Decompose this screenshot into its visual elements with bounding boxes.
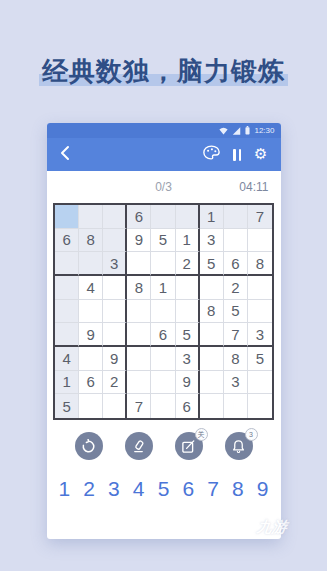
toolbar: ⚙ [47, 138, 281, 171]
sudoku-cell-r5c1[interactable] [55, 300, 79, 324]
sudoku-cell-r2c5[interactable]: 5 [151, 229, 175, 253]
page-title: 经典数独，脑力锻炼 [0, 0, 327, 88]
sudoku-cell-r6c3[interactable] [103, 323, 127, 347]
theme-palette-icon[interactable] [203, 145, 220, 164]
sudoku-cell-r9c4[interactable]: 7 [127, 394, 151, 418]
hint-bell-icon [231, 439, 246, 454]
hint-button[interactable]: 3 [225, 432, 253, 460]
sudoku-cell-r7c7[interactable] [200, 347, 224, 371]
sudoku-cell-r7c3[interactable]: 9 [103, 347, 127, 371]
sudoku-cell-r6c7[interactable] [200, 323, 224, 347]
watermark-logo-icon [232, 515, 257, 539]
controls-row: 关 3 [47, 432, 281, 460]
eraser-button[interactable] [125, 432, 153, 460]
sudoku-cell-r6c8[interactable]: 7 [224, 323, 248, 347]
sudoku-cell-r7c5[interactable] [151, 347, 175, 371]
sudoku-cell-r8c6[interactable]: 9 [176, 371, 200, 395]
sudoku-cell-r2c7[interactable]: 3 [200, 229, 224, 253]
back-button[interactable] [60, 145, 70, 165]
sudoku-cell-r5c6[interactable] [176, 300, 200, 324]
signal-icon [232, 127, 241, 135]
hint-count-badge: 3 [245, 428, 258, 441]
undo-button[interactable] [75, 432, 103, 460]
sudoku-cell-r3c9[interactable]: 8 [248, 252, 272, 276]
numpad-4[interactable]: 4 [133, 478, 145, 500]
eraser-icon [131, 439, 146, 454]
sudoku-cell-r8c7[interactable] [200, 371, 224, 395]
sudoku-cell-r9c7[interactable] [200, 394, 224, 418]
sudoku-cell-r4c5[interactable]: 1 [151, 276, 175, 300]
sudoku-cell-r9c8[interactable] [224, 394, 248, 418]
numpad-2[interactable]: 2 [83, 478, 95, 500]
app-store-screenshot: { "game": "sudoku", "position": "0006001… [0, 0, 327, 571]
sudoku-cell-r1c5[interactable] [151, 205, 175, 229]
sudoku-cell-r3c7[interactable]: 5 [200, 252, 224, 276]
info-row: 0/3 04:11 [47, 171, 281, 203]
sudoku-cell-r3c1[interactable] [55, 252, 79, 276]
sudoku-cell-r5c2[interactable] [79, 300, 103, 324]
numpad-7[interactable]: 7 [207, 478, 219, 500]
numpad-6[interactable]: 6 [182, 478, 194, 500]
battery-icon [245, 126, 250, 135]
sudoku-cell-r2c2[interactable]: 8 [79, 229, 103, 253]
sudoku-cell-r6c5[interactable]: 6 [151, 323, 175, 347]
numpad-1[interactable]: 1 [59, 478, 71, 500]
sudoku-cell-r7c6[interactable]: 3 [176, 347, 200, 371]
sudoku-cell-r1c1[interactable] [55, 205, 79, 229]
pause-button[interactable] [233, 149, 241, 161]
sudoku-cell-r2c1[interactable]: 6 [55, 229, 79, 253]
numpad-9[interactable]: 9 [257, 478, 269, 500]
sudoku-cell-r7c9[interactable]: 5 [248, 347, 272, 371]
sudoku-cell-r4c2[interactable]: 4 [79, 276, 103, 300]
sudoku-cell-r4c9[interactable] [248, 276, 272, 300]
sudoku-cell-r5c5[interactable] [151, 300, 175, 324]
watermark-text: 九游 [255, 518, 288, 537]
sudoku-cell-r6c9[interactable]: 3 [248, 323, 272, 347]
sudoku-cell-r2c6[interactable]: 1 [176, 229, 200, 253]
number-pad: 123456789 [59, 478, 269, 500]
sudoku-cell-r5c9[interactable] [248, 300, 272, 324]
sudoku-cell-r6c2[interactable]: 9 [79, 323, 103, 347]
sudoku-cell-r8c5[interactable] [151, 371, 175, 395]
notes-toggle-badge: 关 [195, 428, 208, 441]
sudoku-cell-r6c4[interactable] [127, 323, 151, 347]
status-bar: 12:30 [47, 123, 281, 138]
sudoku-cell-r7c1[interactable]: 4 [55, 347, 79, 371]
sudoku-cell-r4c6[interactable] [176, 276, 200, 300]
sudoku-cell-r2c3[interactable] [103, 229, 127, 253]
phone-screenshot-card: 12:30 ⚙ 0/3 04:11 6176895133256848128596… [47, 123, 281, 539]
sudoku-cell-r9c6[interactable]: 6 [176, 394, 200, 418]
numpad-8[interactable]: 8 [232, 478, 244, 500]
sudoku-cell-r9c3[interactable] [103, 394, 127, 418]
sudoku-cell-r9c2[interactable] [79, 394, 103, 418]
sudoku-cell-r4c1[interactable] [55, 276, 79, 300]
sudoku-cell-r3c6[interactable]: 2 [176, 252, 200, 276]
sudoku-cell-r6c6[interactable]: 5 [176, 323, 200, 347]
sudoku-cell-r6c1[interactable] [55, 323, 79, 347]
sudoku-cell-r7c2[interactable] [79, 347, 103, 371]
sudoku-cell-r3c2[interactable] [79, 252, 103, 276]
sudoku-cell-r1c6[interactable] [176, 205, 200, 229]
sudoku-cell-r8c2[interactable]: 6 [79, 371, 103, 395]
sudoku-cell-r8c1[interactable]: 1 [55, 371, 79, 395]
sudoku-cell-r9c5[interactable] [151, 394, 175, 418]
watermark: 九游 [232, 515, 288, 539]
sudoku-cell-r5c3[interactable] [103, 300, 127, 324]
sudoku-cell-r8c4[interactable] [127, 371, 151, 395]
page-title-text: 经典数独，脑力锻炼 [39, 56, 288, 86]
sudoku-grid: 61768951332568481285965734938516293576 [53, 203, 274, 420]
sudoku-cell-r4c4[interactable]: 8 [127, 276, 151, 300]
sudoku-cell-r1c4[interactable]: 6 [127, 205, 151, 229]
sudoku-cell-r1c2[interactable] [79, 205, 103, 229]
sudoku-cell-r1c7[interactable]: 1 [200, 205, 224, 229]
settings-gear-icon[interactable]: ⚙ [254, 147, 267, 162]
status-time: 12:30 [254, 127, 274, 135]
wifi-icon [219, 127, 228, 135]
sudoku-cell-r1c3[interactable] [103, 205, 127, 229]
sudoku-cell-r3c3[interactable]: 3 [103, 252, 127, 276]
numpad-5[interactable]: 5 [158, 478, 170, 500]
sudoku-cell-r1c9[interactable]: 7 [248, 205, 272, 229]
sudoku-cell-r5c7[interactable]: 8 [200, 300, 224, 324]
toolbar-right-group: ⚙ [203, 145, 267, 164]
sudoku-cell-r1c8[interactable] [224, 205, 248, 229]
sudoku-cell-r7c4[interactable] [127, 347, 151, 371]
numpad-3[interactable]: 3 [108, 478, 120, 500]
sudoku-cell-r9c9[interactable] [248, 394, 272, 418]
sudoku-cell-r7c8[interactable]: 8 [224, 347, 248, 371]
sudoku-cell-r5c8[interactable]: 5 [224, 300, 248, 324]
sudoku-cell-r5c4[interactable] [127, 300, 151, 324]
sudoku-cell-r2c8[interactable] [224, 229, 248, 253]
undo-icon [81, 439, 96, 454]
sudoku-cell-r8c8[interactable]: 3 [224, 371, 248, 395]
sudoku-cell-r4c3[interactable] [103, 276, 127, 300]
sudoku-cell-r8c9[interactable] [248, 371, 272, 395]
sudoku-cell-r9c1[interactable]: 5 [55, 394, 79, 418]
game-timer: 04:11 [239, 180, 268, 194]
sudoku-cell-r2c9[interactable] [248, 229, 272, 253]
sudoku-cell-r4c7[interactable] [200, 276, 224, 300]
sudoku-cell-r4c8[interactable]: 2 [224, 276, 248, 300]
notes-edit-icon [181, 439, 196, 454]
sudoku-cell-r3c5[interactable] [151, 252, 175, 276]
sudoku-cell-r8c3[interactable]: 2 [103, 371, 127, 395]
sudoku-cell-r3c4[interactable] [127, 252, 151, 276]
notes-button[interactable]: 关 [175, 432, 203, 460]
sudoku-cell-r3c8[interactable]: 6 [224, 252, 248, 276]
sudoku-cell-r2c4[interactable]: 9 [127, 229, 151, 253]
